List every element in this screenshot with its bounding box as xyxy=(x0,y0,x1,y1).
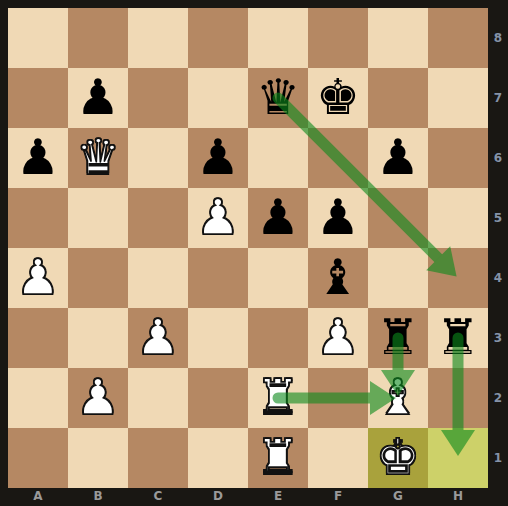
square-h7[interactable] xyxy=(428,68,488,128)
square-d4[interactable] xyxy=(188,248,248,308)
square-c8[interactable] xyxy=(128,8,188,68)
square-f8[interactable] xyxy=(308,8,368,68)
square-f6[interactable] xyxy=(308,128,368,188)
square-g8[interactable] xyxy=(368,8,428,68)
rank-coordinates: 87654321 xyxy=(488,8,508,488)
square-d8[interactable] xyxy=(188,8,248,68)
square-c5[interactable] xyxy=(128,188,188,248)
rank-label-7: 7 xyxy=(488,68,508,128)
rank-label-3: 3 xyxy=(488,308,508,368)
square-d2[interactable] xyxy=(188,368,248,428)
square-e5[interactable]: ♟ xyxy=(248,188,308,248)
square-f7[interactable]: ♚ xyxy=(308,68,368,128)
piece-black-pawn[interactable]: ♟ xyxy=(256,188,300,248)
square-e1[interactable]: ♜ xyxy=(248,428,308,488)
square-g4[interactable] xyxy=(368,248,428,308)
square-h8[interactable] xyxy=(428,8,488,68)
piece-black-queen[interactable]: ♛ xyxy=(256,68,300,128)
piece-black-rook[interactable]: ♜ xyxy=(376,308,420,368)
square-e4[interactable] xyxy=(248,248,308,308)
rank-label-8: 8 xyxy=(488,8,508,68)
square-b8[interactable] xyxy=(68,8,128,68)
file-label-b: B xyxy=(68,488,128,506)
file-label-f: F xyxy=(308,488,368,506)
square-a8[interactable] xyxy=(8,8,68,68)
rank-label-4: 4 xyxy=(488,248,508,308)
square-g3[interactable]: ♜ xyxy=(368,308,428,368)
square-h1[interactable] xyxy=(428,428,488,488)
square-g2[interactable]: ♝ xyxy=(368,368,428,428)
piece-white-pawn[interactable]: ♟ xyxy=(16,248,60,308)
square-c7[interactable] xyxy=(128,68,188,128)
piece-black-pawn[interactable]: ♟ xyxy=(76,68,120,128)
square-g5[interactable] xyxy=(368,188,428,248)
rank-label-6: 6 xyxy=(488,128,508,188)
square-b1[interactable] xyxy=(68,428,128,488)
square-e3[interactable] xyxy=(248,308,308,368)
square-e8[interactable] xyxy=(248,8,308,68)
rank-label-5: 5 xyxy=(488,188,508,248)
piece-white-pawn[interactable]: ♟ xyxy=(316,308,360,368)
square-b6[interactable]: ♛ xyxy=(68,128,128,188)
file-coordinates: ABCDEFGH xyxy=(8,488,488,506)
chess-app-window: ♟♛♚♟♛♟♟♟♟♟♟♝♟♟♜♜♟♜♝♜♚ ABCDEFGH 87654321 xyxy=(0,0,508,506)
square-d7[interactable] xyxy=(188,68,248,128)
square-g1[interactable]: ♚ xyxy=(368,428,428,488)
piece-black-pawn[interactable]: ♟ xyxy=(376,128,420,188)
piece-white-rook[interactable]: ♜ xyxy=(256,368,300,428)
square-b5[interactable] xyxy=(68,188,128,248)
square-f2[interactable] xyxy=(308,368,368,428)
piece-black-king[interactable]: ♚ xyxy=(316,68,360,128)
piece-white-pawn[interactable]: ♟ xyxy=(136,308,180,368)
square-b4[interactable] xyxy=(68,248,128,308)
piece-white-king[interactable]: ♚ xyxy=(376,428,420,488)
piece-black-pawn[interactable]: ♟ xyxy=(316,188,360,248)
square-c4[interactable] xyxy=(128,248,188,308)
file-label-a: A xyxy=(8,488,68,506)
square-f1[interactable] xyxy=(308,428,368,488)
square-h3[interactable]: ♜ xyxy=(428,308,488,368)
square-e7[interactable]: ♛ xyxy=(248,68,308,128)
square-c1[interactable] xyxy=(128,428,188,488)
piece-white-queen[interactable]: ♛ xyxy=(76,128,120,188)
square-h6[interactable] xyxy=(428,128,488,188)
square-d1[interactable] xyxy=(188,428,248,488)
square-a1[interactable] xyxy=(8,428,68,488)
piece-white-pawn[interactable]: ♟ xyxy=(76,368,120,428)
square-a6[interactable]: ♟ xyxy=(8,128,68,188)
square-c6[interactable] xyxy=(128,128,188,188)
square-f3[interactable]: ♟ xyxy=(308,308,368,368)
square-g6[interactable]: ♟ xyxy=(368,128,428,188)
file-label-d: D xyxy=(188,488,248,506)
square-a4[interactable]: ♟ xyxy=(8,248,68,308)
file-label-h: H xyxy=(428,488,488,506)
square-d5[interactable]: ♟ xyxy=(188,188,248,248)
square-b2[interactable]: ♟ xyxy=(68,368,128,428)
square-c3[interactable]: ♟ xyxy=(128,308,188,368)
square-d3[interactable] xyxy=(188,308,248,368)
square-a2[interactable] xyxy=(8,368,68,428)
square-a3[interactable] xyxy=(8,308,68,368)
rank-label-1: 1 xyxy=(488,428,508,488)
square-e2[interactable]: ♜ xyxy=(248,368,308,428)
square-b3[interactable] xyxy=(68,308,128,368)
file-label-e: E xyxy=(248,488,308,506)
piece-white-pawn[interactable]: ♟ xyxy=(196,188,240,248)
square-a7[interactable] xyxy=(8,68,68,128)
square-h2[interactable] xyxy=(428,368,488,428)
piece-white-rook[interactable]: ♜ xyxy=(256,428,300,488)
square-h5[interactable] xyxy=(428,188,488,248)
square-f5[interactable]: ♟ xyxy=(308,188,368,248)
file-label-c: C xyxy=(128,488,188,506)
square-h4[interactable] xyxy=(428,248,488,308)
piece-white-bishop[interactable]: ♝ xyxy=(376,368,420,428)
square-d6[interactable]: ♟ xyxy=(188,128,248,188)
piece-black-bishop[interactable]: ♝ xyxy=(316,248,360,308)
square-b7[interactable]: ♟ xyxy=(68,68,128,128)
square-g7[interactable] xyxy=(368,68,428,128)
chess-board: ♟♛♚♟♛♟♟♟♟♟♟♝♟♟♜♜♟♜♝♜♚ xyxy=(8,8,488,488)
piece-black-pawn[interactable]: ♟ xyxy=(16,128,60,188)
square-c2[interactable] xyxy=(128,368,188,428)
square-e6[interactable] xyxy=(248,128,308,188)
square-a5[interactable] xyxy=(8,188,68,248)
file-label-g: G xyxy=(368,488,428,506)
square-f4[interactable]: ♝ xyxy=(308,248,368,308)
piece-black-rook[interactable]: ♜ xyxy=(436,308,480,368)
rank-label-2: 2 xyxy=(488,368,508,428)
piece-black-pawn[interactable]: ♟ xyxy=(196,128,240,188)
